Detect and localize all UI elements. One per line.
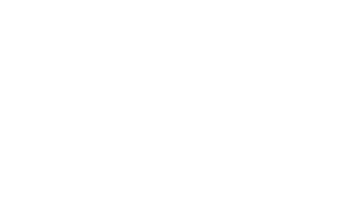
chess-set-photo (0, 0, 347, 220)
board (0, 0, 347, 220)
